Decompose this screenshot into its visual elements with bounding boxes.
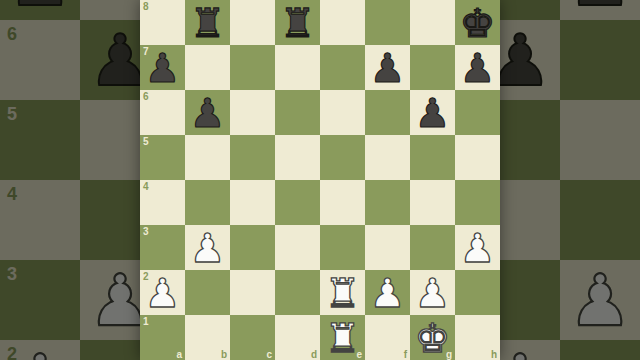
square-d6[interactable] (275, 90, 320, 135)
square-g6[interactable]: ♟ (410, 90, 455, 135)
square-c2[interactable] (230, 270, 275, 315)
square-g1[interactable]: g♚ (410, 315, 455, 360)
square-b6[interactable]: ♟ (185, 90, 230, 135)
piece-white-pawn-h3[interactable]: ♟ (460, 228, 496, 268)
square-b3[interactable]: ♟ (185, 225, 230, 270)
square-h1[interactable]: h (455, 315, 500, 360)
square-b8[interactable]: ♜ (185, 0, 230, 45)
square-c7[interactable] (230, 45, 275, 90)
square-e1[interactable]: e♜ (320, 315, 365, 360)
bg-rank-label-6: 6 (7, 24, 17, 45)
bg-piece-white-pawn-h3: ♟ (568, 265, 632, 336)
square-f4[interactable] (365, 180, 410, 225)
square-a1[interactable]: 1a (140, 315, 185, 360)
bg-square-a7: 7♟ (0, 0, 80, 20)
file-label-e: e (356, 349, 362, 360)
square-f7[interactable]: ♟ (365, 45, 410, 90)
rank-label-4: 4 (143, 181, 149, 192)
square-b4[interactable] (185, 180, 230, 225)
bg-square-a2: 2♟ (0, 340, 80, 360)
square-a5[interactable]: 5 (140, 135, 185, 180)
square-e7[interactable] (320, 45, 365, 90)
piece-white-rook-e2[interactable]: ♜ (325, 273, 361, 313)
piece-black-pawn-h7[interactable]: ♟ (460, 48, 496, 88)
bg-square-a3: 3 (0, 260, 80, 340)
bg-rank-label-4: 4 (7, 184, 17, 205)
square-d4[interactable] (275, 180, 320, 225)
file-label-f: f (404, 349, 407, 360)
square-d1[interactable]: d (275, 315, 320, 360)
rank-label-1: 1 (143, 316, 149, 327)
bg-square-a6: 6 (0, 20, 80, 100)
rank-label-7: 7 (143, 46, 149, 57)
square-d2[interactable] (275, 270, 320, 315)
rank-label-8: 8 (143, 1, 149, 12)
square-b1[interactable]: b (185, 315, 230, 360)
piece-white-pawn-f2[interactable]: ♟ (370, 273, 406, 313)
square-g3[interactable] (410, 225, 455, 270)
square-f1[interactable]: f (365, 315, 410, 360)
rank-label-5: 5 (143, 136, 149, 147)
piece-black-pawn-a7[interactable]: ♟ (145, 48, 181, 88)
square-e5[interactable] (320, 135, 365, 180)
piece-white-pawn-g2[interactable]: ♟ (415, 273, 451, 313)
rank-label-6: 6 (143, 91, 149, 102)
bg-square-h7: ♟ (560, 0, 640, 20)
piece-white-pawn-a2[interactable]: ♟ (145, 273, 181, 313)
square-g8[interactable] (410, 0, 455, 45)
file-label-c: c (266, 349, 272, 360)
square-f5[interactable] (365, 135, 410, 180)
square-g2[interactable]: ♟ (410, 270, 455, 315)
bg-square-h4 (560, 180, 640, 260)
piece-black-pawn-b6[interactable]: ♟ (190, 93, 226, 133)
square-d3[interactable] (275, 225, 320, 270)
piece-black-king-h8[interactable]: ♚ (460, 3, 496, 43)
square-c3[interactable] (230, 225, 275, 270)
file-label-g: g (446, 349, 452, 360)
piece-black-rook-d8[interactable]: ♜ (280, 3, 316, 43)
square-b5[interactable] (185, 135, 230, 180)
square-f6[interactable] (365, 90, 410, 135)
piece-white-pawn-b3[interactable]: ♟ (190, 228, 226, 268)
square-d5[interactable] (275, 135, 320, 180)
square-c6[interactable] (230, 90, 275, 135)
square-e2[interactable]: ♜ (320, 270, 365, 315)
square-f8[interactable] (365, 0, 410, 45)
square-h7[interactable]: ♟ (455, 45, 500, 90)
square-e3[interactable] (320, 225, 365, 270)
square-c4[interactable] (230, 180, 275, 225)
chess-board[interactable]: 8♜♜♚7♟♟♟6♟♟543♟♟2♟♜♟♟1abcde♜fg♚h (140, 0, 500, 360)
square-c8[interactable] (230, 0, 275, 45)
bg-rank-label-2: 2 (7, 344, 17, 360)
rank-label-2: 2 (143, 271, 149, 282)
square-a8[interactable]: 8 (140, 0, 185, 45)
bg-square-h2 (560, 340, 640, 360)
bg-piece-white-pawn-a2: ♟ (8, 345, 72, 360)
square-e8[interactable] (320, 0, 365, 45)
rank-label-3: 3 (143, 226, 149, 237)
square-e4[interactable] (320, 180, 365, 225)
piece-black-rook-b8[interactable]: ♜ (190, 3, 226, 43)
square-h4[interactable] (455, 180, 500, 225)
square-g7[interactable] (410, 45, 455, 90)
bg-rank-label-5: 5 (7, 104, 17, 125)
file-label-b: b (221, 349, 227, 360)
square-h3[interactable]: ♟ (455, 225, 500, 270)
square-b7[interactable] (185, 45, 230, 90)
square-f3[interactable] (365, 225, 410, 270)
square-d8[interactable]: ♜ (275, 0, 320, 45)
bg-rank-label-3: 3 (7, 264, 17, 285)
file-label-d: d (311, 349, 317, 360)
square-a7[interactable]: 7♟ (140, 45, 185, 90)
square-e6[interactable] (320, 90, 365, 135)
bg-square-h6 (560, 20, 640, 100)
piece-white-rook-e1[interactable]: ♜ (325, 318, 361, 358)
square-f2[interactable]: ♟ (365, 270, 410, 315)
square-h6[interactable] (455, 90, 500, 135)
square-a6[interactable]: 6 (140, 90, 185, 135)
file-label-h: h (491, 349, 497, 360)
square-h2[interactable] (455, 270, 500, 315)
bg-square-h3: ♟ (560, 260, 640, 340)
file-label-a: a (176, 349, 182, 360)
bg-square-h5 (560, 100, 640, 180)
bg-square-a4: 4 (0, 180, 80, 260)
square-b2[interactable] (185, 270, 230, 315)
square-h8[interactable]: ♚ (455, 0, 500, 45)
square-g5[interactable] (410, 135, 455, 180)
square-c1[interactable]: c (230, 315, 275, 360)
bg-square-a5: 5 (0, 100, 80, 180)
square-a2[interactable]: 2♟ (140, 270, 185, 315)
square-h5[interactable] (455, 135, 500, 180)
square-c5[interactable] (230, 135, 275, 180)
square-a3[interactable]: 3 (140, 225, 185, 270)
square-a4[interactable]: 4 (140, 180, 185, 225)
square-d7[interactable] (275, 45, 320, 90)
bg-piece-black-pawn-a7: ♟ (8, 0, 72, 16)
square-g4[interactable] (410, 180, 455, 225)
chess-screenshot: 8♜♜♚7♟♟♟6♟♟543♟♟2♟♜♟♟1abcde♜fg♚h 8♜♜♚7♟♟… (0, 0, 640, 360)
piece-black-pawn-f7[interactable]: ♟ (370, 48, 406, 88)
bg-piece-black-pawn-h7: ♟ (568, 0, 632, 16)
piece-black-pawn-g6[interactable]: ♟ (415, 93, 451, 133)
